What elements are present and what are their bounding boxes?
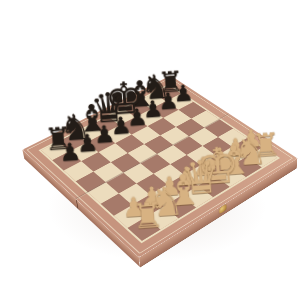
chess-board[interactable]: ♜♞♝♛♚♝♞♜♟♟♟♟♟♟♟♟♟♟♟♟♟♟♟♟♜♞♝♛♚♝♞♜ bbox=[22, 76, 297, 258]
product-photo-scene: ♜♞♝♛♚♝♞♜♟♟♟♟♟♟♟♟♟♟♟♟♟♟♟♟♜♞♝♛♚♝♞♜ bbox=[0, 0, 300, 300]
board-field: ♜♞♝♛♚♝♞♜♟♟♟♟♟♟♟♟♟♟♟♟♟♟♟♟♜♞♝♛♚♝♞♜ bbox=[39, 84, 280, 243]
piece-white-rook[interactable]: ♜ bbox=[110, 196, 185, 236]
square-a1[interactable]: ♜ bbox=[128, 217, 161, 241]
piece-black-pawn[interactable]: ♟ bbox=[37, 138, 104, 167]
board-3d: ♜♞♝♛♚♝♞♜♟♟♟♟♟♟♟♟♟♟♟♟♟♟♟♟♜♞♝♛♚♝♞♜ bbox=[52, 49, 261, 258]
